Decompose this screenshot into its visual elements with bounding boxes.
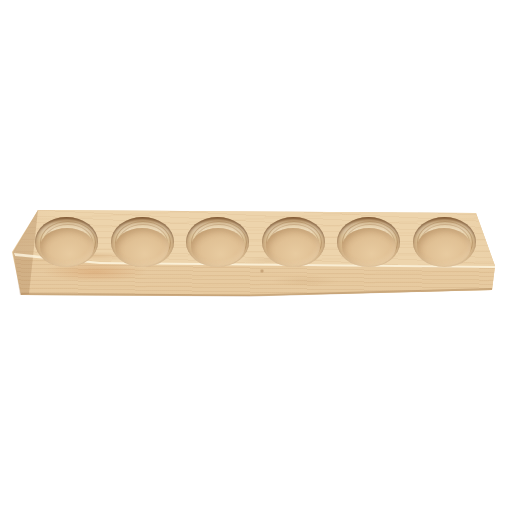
pit-seeds xyxy=(262,217,325,267)
pit-row-grid xyxy=(29,216,482,267)
pit-seeds xyxy=(35,217,98,267)
pit-4[interactable] xyxy=(262,217,325,267)
pit-cell xyxy=(105,216,181,267)
pit-3[interactable] xyxy=(186,217,249,267)
pit-seeds xyxy=(413,217,476,267)
pit-2[interactable] xyxy=(111,217,174,267)
pit-5[interactable] xyxy=(337,217,400,267)
pit-1[interactable] xyxy=(35,217,98,267)
pit-cell xyxy=(331,216,407,267)
pit-cell xyxy=(256,216,332,267)
pit-seeds xyxy=(186,217,249,267)
product-photo-background xyxy=(0,0,510,510)
pit-cell xyxy=(180,216,256,267)
pit-6[interactable] xyxy=(413,217,476,267)
pit-cell xyxy=(407,216,483,267)
pit-seeds xyxy=(111,217,174,267)
pit-seeds xyxy=(337,217,400,267)
pit-cell xyxy=(29,216,105,267)
